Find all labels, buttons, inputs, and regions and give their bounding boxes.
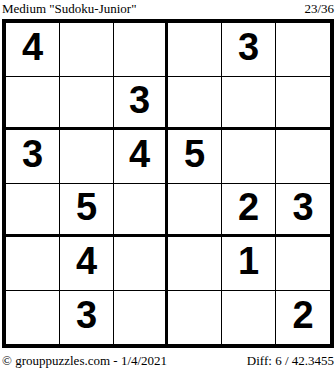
puzzle-number: 23/36 (304, 1, 334, 16)
given-digit: 3 (292, 188, 313, 226)
cell-r6c6: 2 (276, 291, 330, 345)
given-digit: 4 (22, 28, 43, 66)
given-digit: 1 (238, 242, 259, 280)
given-digit: 3 (22, 135, 43, 173)
cell-r2c6[interactable] (276, 77, 330, 131)
given-digit: 3 (129, 81, 150, 119)
cell-r5c2: 4 (60, 237, 114, 291)
cell-r3c6[interactable] (276, 130, 330, 184)
cell-r5c6[interactable] (276, 237, 330, 291)
given-digit: 2 (292, 296, 313, 334)
cell-r4c2: 5 (60, 184, 114, 238)
given-digit: 4 (76, 242, 97, 280)
cell-r5c4[interactable] (168, 237, 222, 291)
cell-r6c5[interactable] (222, 291, 276, 345)
given-digit: 2 (238, 188, 259, 226)
sudoku-page: Medium "Sudoku-Junior" 23/36 43334552341… (0, 0, 336, 370)
cell-r6c4[interactable] (168, 291, 222, 345)
cell-r1c4[interactable] (168, 23, 222, 77)
cell-r2c2[interactable] (60, 77, 114, 131)
cell-r5c1[interactable] (6, 237, 60, 291)
cell-r4c3[interactable] (114, 184, 168, 238)
cell-r2c4[interactable] (168, 77, 222, 131)
cell-r6c1[interactable] (6, 291, 60, 345)
cell-r1c3[interactable] (114, 23, 168, 77)
cell-r1c6[interactable] (276, 23, 330, 77)
difficulty-text: Diff: 6 / 42.3455 (247, 353, 334, 368)
given-digit: 3 (76, 296, 97, 334)
cell-r1c5: 3 (222, 23, 276, 77)
given-digit: 4 (129, 135, 150, 173)
header: Medium "Sudoku-Junior" 23/36 (2, 1, 334, 16)
footer: © grouppuzzles.com - 1/4/2021 Diff: 6 / … (2, 353, 334, 368)
cell-r2c1[interactable] (6, 77, 60, 131)
cell-r4c1[interactable] (6, 184, 60, 238)
cell-r4c4[interactable] (168, 184, 222, 238)
cell-r3c5[interactable] (222, 130, 276, 184)
cell-r5c5: 1 (222, 237, 276, 291)
cell-r2c5[interactable] (222, 77, 276, 131)
given-digit: 5 (76, 188, 97, 226)
sudoku-grid: 4333455234132 (2, 19, 334, 348)
cell-r1c2[interactable] (60, 23, 114, 77)
cell-r3c3: 4 (114, 130, 168, 184)
given-digit: 3 (238, 28, 259, 66)
cell-r3c4: 5 (168, 130, 222, 184)
cell-r3c2[interactable] (60, 130, 114, 184)
cell-r3c1: 3 (6, 130, 60, 184)
cell-r4c6: 3 (276, 184, 330, 238)
page-title: Medium "Sudoku-Junior" (2, 1, 136, 16)
cell-r4c5: 2 (222, 184, 276, 238)
given-digit: 5 (184, 135, 205, 173)
copyright-text: © grouppuzzles.com - 1/4/2021 (2, 353, 167, 368)
cell-r6c3[interactable] (114, 291, 168, 345)
cell-r6c2: 3 (60, 291, 114, 345)
cell-r5c3[interactable] (114, 237, 168, 291)
cell-r1c1: 4 (6, 23, 60, 77)
cell-r2c3: 3 (114, 77, 168, 131)
